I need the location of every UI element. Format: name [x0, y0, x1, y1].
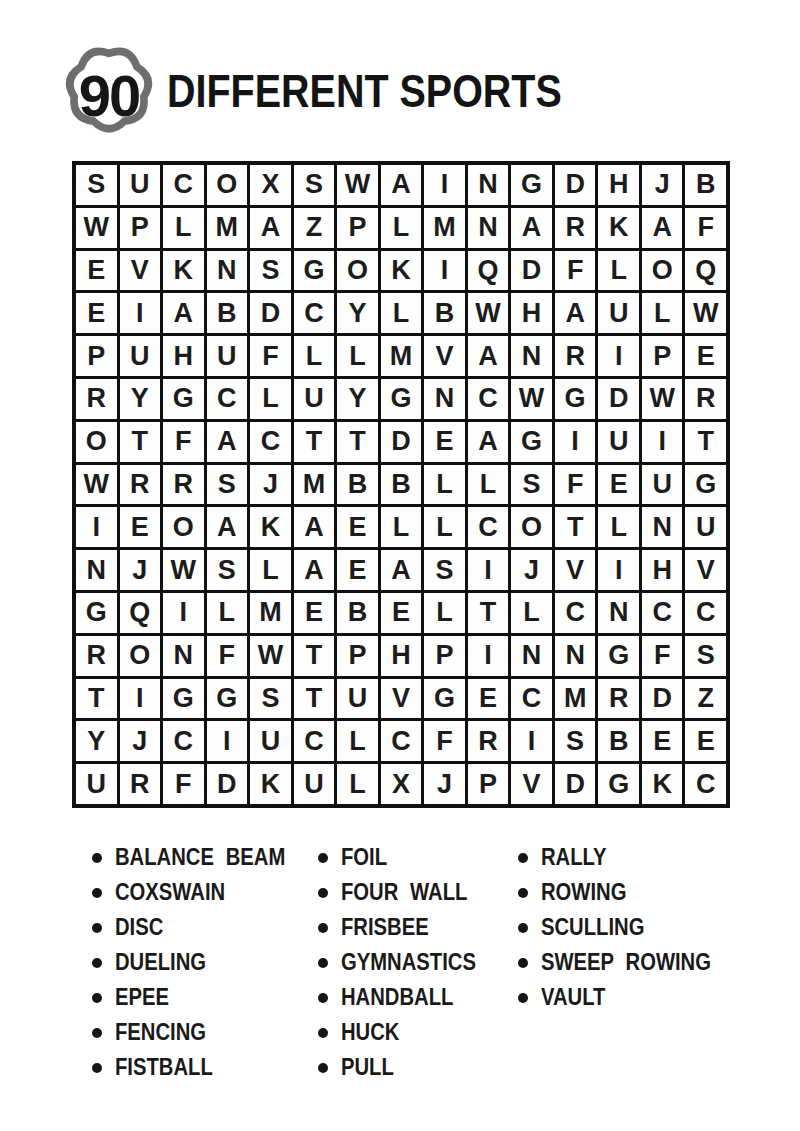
grid-cell-r1c7[interactable]: W — [337, 165, 378, 205]
grid-cell-r1c10[interactable]: N — [468, 165, 509, 205]
grid-cell-r11c4[interactable]: L — [207, 593, 248, 633]
grid-cell-r7c4[interactable]: A — [207, 422, 248, 462]
grid-cell-r11c15[interactable]: C — [685, 593, 726, 633]
bullet-icon — [318, 958, 328, 968]
grid-cell-r5c3[interactable]: H — [163, 336, 204, 376]
grid-cell-r12c3[interactable]: N — [163, 636, 204, 676]
grid-cell-r9c1[interactable]: I — [76, 507, 117, 547]
grid-cell-r5c2[interactable]: U — [120, 336, 161, 376]
word-item: VAULT — [518, 980, 734, 1015]
word-item: FRISBEE — [318, 910, 494, 945]
bullet-icon — [318, 1063, 328, 1073]
grid-cell-r10c5[interactable]: L — [250, 550, 291, 590]
grid-cell-r12c4[interactable]: F — [207, 636, 248, 676]
grid-cell-r12c5[interactable]: W — [250, 636, 291, 676]
word-label: VAULT — [541, 984, 605, 1011]
grid-cell-r8c1[interactable]: W — [76, 465, 117, 505]
word-label: FRISBEE — [341, 914, 429, 941]
grid-cell-r10c8[interactable]: A — [381, 550, 422, 590]
grid-cell-r1c13[interactable]: H — [598, 165, 639, 205]
grid-cell-r13c8[interactable]: V — [381, 679, 422, 719]
grid-cell-r13c15[interactable]: Z — [685, 679, 726, 719]
grid-cell-r8c13[interactable]: E — [598, 465, 639, 505]
grid-cell-r10c14[interactable]: H — [642, 550, 683, 590]
grid-cell-r6c8[interactable]: G — [381, 379, 422, 419]
grid-cell-r2c1[interactable]: W — [76, 208, 117, 248]
grid-cell-r13c3[interactable]: G — [163, 679, 204, 719]
grid-cell-r3c2[interactable]: V — [120, 251, 161, 291]
word-item: FOIL — [318, 840, 494, 875]
grid-cell-r7c3[interactable]: F — [163, 422, 204, 462]
grid-cell-r9c6[interactable]: A — [294, 507, 335, 547]
grid-cell-r4c4[interactable]: B — [207, 293, 248, 333]
bullet-icon — [318, 993, 328, 1003]
word-item: GYMNASTICS — [318, 945, 494, 980]
grid-cell-r12c6[interactable]: T — [294, 636, 335, 676]
bullet-icon — [92, 853, 102, 863]
grid-cell-r1c9[interactable]: I — [424, 165, 465, 205]
grid-cell-r10c6[interactable]: A — [294, 550, 335, 590]
grid-cell-r10c2[interactable]: J — [120, 550, 161, 590]
bullet-icon — [92, 1028, 102, 1038]
grid-cell-r4c13[interactable]: U — [598, 293, 639, 333]
word-label: PULL — [341, 1054, 394, 1081]
grid-cell-r14c5[interactable]: U — [250, 721, 291, 761]
bullet-icon — [92, 1063, 102, 1073]
grid-cell-r1c8[interactable]: A — [381, 165, 422, 205]
grid-cell-r6c10[interactable]: C — [468, 379, 509, 419]
grid-cell-r7c9[interactable]: E — [424, 422, 465, 462]
grid-cell-r9c13[interactable]: L — [598, 507, 639, 547]
grid-cell-r10c7[interactable]: E — [337, 550, 378, 590]
word-item: COXSWAIN — [92, 875, 309, 910]
grid-cell-r11c14[interactable]: C — [642, 593, 683, 633]
bullet-icon — [92, 888, 102, 898]
word-label: GYMNASTICS — [341, 949, 476, 976]
grid-cell-r1c4[interactable]: O — [207, 165, 248, 205]
grid-cell-r4c8[interactable]: L — [381, 293, 422, 333]
grid-cell-r10c15[interactable]: V — [685, 550, 726, 590]
grid-cell-r13c6[interactable]: T — [294, 679, 335, 719]
grid-cell-r11c9[interactable]: L — [424, 593, 465, 633]
bullet-icon — [92, 993, 102, 1003]
grid-cell-r15c3[interactable]: F — [163, 764, 204, 804]
grid-cell-r5c9[interactable]: V — [424, 336, 465, 376]
word-item: SWEEP ROWING — [518, 945, 734, 980]
grid-cell-r5c10[interactable]: A — [468, 336, 509, 376]
grid-cell-r8c3[interactable]: R — [163, 465, 204, 505]
grid-cell-r8c10[interactable]: L — [468, 465, 509, 505]
grid-cell-r13c10[interactable]: E — [468, 679, 509, 719]
grid-cell-r15c1[interactable]: U — [76, 764, 117, 804]
word-label: HANDBALL — [341, 984, 453, 1011]
grid-cell-r6c4[interactable]: C — [207, 379, 248, 419]
grid-cell-r8c11[interactable]: S — [511, 465, 552, 505]
grid-cell-r12c14[interactable]: F — [642, 636, 683, 676]
grid-cell-r9c4[interactable]: A — [207, 507, 248, 547]
grid-cell-r3c14[interactable]: O — [642, 251, 683, 291]
bullet-icon — [318, 853, 328, 863]
grid-cell-r2c2[interactable]: P — [120, 208, 161, 248]
grid-cell-r13c5[interactable]: S — [250, 679, 291, 719]
grid-cell-r13c7[interactable]: U — [337, 679, 378, 719]
word-label: FENCING — [115, 1019, 206, 1046]
grid-cell-r14c13[interactable]: B — [598, 721, 639, 761]
grid-cell-r4c12[interactable]: A — [555, 293, 596, 333]
grid-cell-r1c3[interactable]: C — [163, 165, 204, 205]
grid-cell-r14c6[interactable]: C — [294, 721, 335, 761]
grid-cell-r10c11[interactable]: J — [511, 550, 552, 590]
puzzle-title: DIFFERENT SPORTS — [167, 63, 562, 118]
word-label: SCULLING — [541, 914, 644, 941]
grid-cell-r6c12[interactable]: G — [555, 379, 596, 419]
puzzle-number: 90 — [58, 44, 160, 146]
grid-cell-r9c2[interactable]: E — [120, 507, 161, 547]
grid-cell-r10c12[interactable]: V — [555, 550, 596, 590]
grid-cell-r5c7[interactable]: L — [337, 336, 378, 376]
grid-cell-r1c14[interactable]: J — [642, 165, 683, 205]
grid-cell-r11c2[interactable]: Q — [120, 593, 161, 633]
grid-cell-r4c11[interactable]: H — [511, 293, 552, 333]
grid-cell-r7c14[interactable]: I — [642, 422, 683, 462]
grid-cell-r12c7[interactable]: P — [337, 636, 378, 676]
bullet-icon — [518, 923, 528, 933]
grid-cell-r12c2[interactable]: O — [120, 636, 161, 676]
grid-cell-r1c11[interactable]: G — [511, 165, 552, 205]
grid-cell-r15c9[interactable]: J — [424, 764, 465, 804]
bullet-icon — [92, 923, 102, 933]
grid-cell-r10c10[interactable]: I — [468, 550, 509, 590]
grid-cell-r15c10[interactable]: P — [468, 764, 509, 804]
grid-cell-r14c14[interactable]: E — [642, 721, 683, 761]
grid-cell-r11c10[interactable]: T — [468, 593, 509, 633]
word-item: FENCING — [92, 1015, 309, 1050]
grid-cell-r2c3[interactable]: L — [163, 208, 204, 248]
word-item: SCULLING — [518, 910, 734, 945]
grid-cell-r13c12[interactable]: M — [555, 679, 596, 719]
grid-cell-r14c1[interactable]: Y — [76, 721, 117, 761]
grid-cell-r15c14[interactable]: K — [642, 764, 683, 804]
grid-cell-r12c11[interactable]: N — [511, 636, 552, 676]
grid-cell-r14c7[interactable]: L — [337, 721, 378, 761]
grid-cell-r3c3[interactable]: K — [163, 251, 204, 291]
bullet-icon — [318, 923, 328, 933]
grid-cell-r8c5[interactable]: J — [250, 465, 291, 505]
grid-cell-r6c3[interactable]: G — [163, 379, 204, 419]
grid-cell-r6c9[interactable]: N — [424, 379, 465, 419]
word-label: SWEEP ROWING — [541, 949, 711, 976]
grid-cell-r12c12[interactable]: N — [555, 636, 596, 676]
word-label: DISC — [115, 914, 163, 941]
bullet-icon — [318, 888, 328, 898]
word-label: FISTBALL — [115, 1054, 213, 1081]
grid-cell-r2c4[interactable]: M — [207, 208, 248, 248]
grid-cell-r9c11[interactable]: O — [511, 507, 552, 547]
grid-cell-r6c5[interactable]: L — [250, 379, 291, 419]
grid-cell-r10c3[interactable]: W — [163, 550, 204, 590]
grid-cell-r8c15[interactable]: G — [685, 465, 726, 505]
grid-cell-r10c1[interactable]: N — [76, 550, 117, 590]
grid-cell-r11c11[interactable]: L — [511, 593, 552, 633]
grid-cell-r15c7[interactable]: L — [337, 764, 378, 804]
grid-cell-r2c6[interactable]: Z — [294, 208, 335, 248]
grid-cell-r14c3[interactable]: C — [163, 721, 204, 761]
grid-cell-r13c9[interactable]: G — [424, 679, 465, 719]
grid-cell-r3c8[interactable]: K — [381, 251, 422, 291]
grid-cell-r8c9[interactable]: L — [424, 465, 465, 505]
grid-cell-r9c7[interactable]: E — [337, 507, 378, 547]
grid-cell-r6c6[interactable]: U — [294, 379, 335, 419]
grid-cell-r13c2[interactable]: I — [120, 679, 161, 719]
word-label: EPEE — [115, 984, 169, 1011]
grid-cell-r3c7[interactable]: O — [337, 251, 378, 291]
grid-cell-r7c13[interactable]: U — [598, 422, 639, 462]
bullet-icon — [518, 958, 528, 968]
grid-cell-r8c2[interactable]: R — [120, 465, 161, 505]
grid-cell-r15c2[interactable]: R — [120, 764, 161, 804]
grid-cell-r1c6[interactable]: S — [294, 165, 335, 205]
grid-cell-r7c11[interactable]: G — [511, 422, 552, 462]
grid-cell-r15c4[interactable]: D — [207, 764, 248, 804]
grid-cell-r11c7[interactable]: B — [337, 593, 378, 633]
grid-cell-r13c1[interactable]: T — [76, 679, 117, 719]
bullet-icon — [92, 958, 102, 968]
grid-cell-r3c9[interactable]: I — [424, 251, 465, 291]
word-item: ROWING — [518, 875, 734, 910]
grid-cell-r6c15[interactable]: R — [685, 379, 726, 419]
word-label: FOUR WALL — [341, 879, 467, 906]
word-item: HANDBALL — [318, 980, 494, 1015]
grid-cell-r11c13[interactable]: N — [598, 593, 639, 633]
grid-cell-r7c12[interactable]: I — [555, 422, 596, 462]
grid-cell-r2c10[interactable]: N — [468, 208, 509, 248]
grid-cell-r12c8[interactable]: H — [381, 636, 422, 676]
grid-cell-r4c15[interactable]: W — [685, 293, 726, 333]
grid-cell-r3c1[interactable]: E — [76, 251, 117, 291]
grid-cell-r9c8[interactable]: L — [381, 507, 422, 547]
grid-cell-r3c15[interactable]: Q — [685, 251, 726, 291]
grid-cell-r9c15[interactable]: U — [685, 507, 726, 547]
grid-cell-r3c10[interactable]: Q — [468, 251, 509, 291]
bullet-icon — [518, 853, 528, 863]
word-label: BALANCE BEAM — [115, 844, 285, 871]
grid-cell-r11c3[interactable]: I — [163, 593, 204, 633]
grid-cell-r5c1[interactable]: P — [76, 336, 117, 376]
grid-cell-r7c1[interactable]: O — [76, 422, 117, 462]
grid-cell-r11c12[interactable]: C — [555, 593, 596, 633]
grid-cell-r3c4[interactable]: N — [207, 251, 248, 291]
grid-cell-r2c11[interactable]: A — [511, 208, 552, 248]
grid-cell-r15c13[interactable]: G — [598, 764, 639, 804]
grid-cell-r14c8[interactable]: C — [381, 721, 422, 761]
grid-cell-r5c12[interactable]: R — [555, 336, 596, 376]
grid-cell-r6c2[interactable]: Y — [120, 379, 161, 419]
grid-cell-r5c11[interactable]: N — [511, 336, 552, 376]
word-item: FOUR WALL — [318, 875, 494, 910]
word-list-column: FOILFOUR WALLFRISBEEGYMNASTICSHANDBALLHU… — [318, 840, 494, 1085]
grid-cell-r1c12[interactable]: D — [555, 165, 596, 205]
word-label: ROWING — [541, 879, 626, 906]
word-label: RALLY — [541, 844, 607, 871]
grid-cell-r12c15[interactable]: S — [685, 636, 726, 676]
grid-cell-r13c13[interactable]: R — [598, 679, 639, 719]
grid-cell-r2c13[interactable]: K — [598, 208, 639, 248]
grid-cell-r8c6[interactable]: M — [294, 465, 335, 505]
grid-cell-r5c13[interactable]: I — [598, 336, 639, 376]
grid-cell-r5c6[interactable]: L — [294, 336, 335, 376]
grid-cell-r8c14[interactable]: U — [642, 465, 683, 505]
grid-cell-r4c2[interactable]: I — [120, 293, 161, 333]
grid-cell-r3c6[interactable]: G — [294, 251, 335, 291]
grid-cell-r13c4[interactable]: G — [207, 679, 248, 719]
grid-cell-r6c11[interactable]: W — [511, 379, 552, 419]
grid-cell-r9c14[interactable]: N — [642, 507, 683, 547]
grid-cell-r4c1[interactable]: E — [76, 293, 117, 333]
grid-cell-r12c10[interactable]: I — [468, 636, 509, 676]
grid-cell-r13c11[interactable]: C — [511, 679, 552, 719]
grid-cell-r14c9[interactable]: F — [424, 721, 465, 761]
grid-cell-r7c2[interactable]: T — [120, 422, 161, 462]
grid-cell-r8c12[interactable]: F — [555, 465, 596, 505]
grid-cell-r4c14[interactable]: L — [642, 293, 683, 333]
grid-cell-r8c7[interactable]: B — [337, 465, 378, 505]
grid-cell-r4c5[interactable]: D — [250, 293, 291, 333]
grid-cell-r7c15[interactable]: T — [685, 422, 726, 462]
grid-cell-r11c1[interactable]: G — [76, 593, 117, 633]
grid-cell-r12c9[interactable]: P — [424, 636, 465, 676]
grid-cell-r15c5[interactable]: K — [250, 764, 291, 804]
grid-cell-r10c9[interactable]: S — [424, 550, 465, 590]
grid-cell-r5c5[interactable]: F — [250, 336, 291, 376]
grid-cell-r7c5[interactable]: C — [250, 422, 291, 462]
grid-cell-r6c13[interactable]: D — [598, 379, 639, 419]
grid-cell-r13c14[interactable]: D — [642, 679, 683, 719]
grid-cell-r12c1[interactable]: R — [76, 636, 117, 676]
word-item: RALLY — [518, 840, 734, 875]
grid-cell-r1c1[interactable]: S — [76, 165, 117, 205]
grid-cell-r4c3[interactable]: A — [163, 293, 204, 333]
grid-cell-r7c8[interactable]: D — [381, 422, 422, 462]
grid-cell-r4c6[interactable]: C — [294, 293, 335, 333]
grid-cell-r7c10[interactable]: A — [468, 422, 509, 462]
word-list-column: RALLYROWINGSCULLINGSWEEP ROWINGVAULT — [518, 840, 734, 1015]
grid-cell-r8c8[interactable]: B — [381, 465, 422, 505]
grid-cell-r7c6[interactable]: T — [294, 422, 335, 462]
grid-cell-r2c7[interactable]: P — [337, 208, 378, 248]
grid-cell-r2c14[interactable]: A — [642, 208, 683, 248]
grid-cell-r10c13[interactable]: I — [598, 550, 639, 590]
grid-cell-r6c14[interactable]: W — [642, 379, 683, 419]
grid-cell-r11c5[interactable]: M — [250, 593, 291, 633]
word-item: PULL — [318, 1050, 494, 1085]
grid-cell-r14c4[interactable]: I — [207, 721, 248, 761]
word-item: BALANCE BEAM — [92, 840, 309, 875]
word-item: HUCK — [318, 1015, 494, 1050]
word-list-column: BALANCE BEAMCOXSWAINDISCDUELINGEPEEFENCI… — [92, 840, 309, 1085]
grid-cell-r5c14[interactable]: P — [642, 336, 683, 376]
grid-cell-r9c5[interactable]: K — [250, 507, 291, 547]
word-search-grid: SUCOXSWAINGDHJBWPLMAZPLMNARKAFEVKNSGOKIQ… — [72, 161, 730, 808]
word-item: FISTBALL — [92, 1050, 309, 1085]
grid-cell-r15c6[interactable]: U — [294, 764, 335, 804]
puzzle-number-badge: 90 — [58, 38, 160, 140]
grid-cell-r4c7[interactable]: Y — [337, 293, 378, 333]
word-label: DUELING — [115, 949, 206, 976]
grid-cell-r3c12[interactable]: F — [555, 251, 596, 291]
grid-cell-r7c7[interactable]: T — [337, 422, 378, 462]
grid-cell-r3c5[interactable]: S — [250, 251, 291, 291]
grid-cell-r5c4[interactable]: U — [207, 336, 248, 376]
grid-cell-r14c2[interactable]: J — [120, 721, 161, 761]
grid-cell-r1c15[interactable]: B — [685, 165, 726, 205]
grid-cell-r9c12[interactable]: T — [555, 507, 596, 547]
grid-cell-r11c6[interactable]: E — [294, 593, 335, 633]
grid-cell-r3c11[interactable]: D — [511, 251, 552, 291]
grid-cell-r12c13[interactable]: G — [598, 636, 639, 676]
grid-cell-r3c13[interactable]: L — [598, 251, 639, 291]
word-item: EPEE — [92, 980, 309, 1015]
bullet-icon — [318, 1028, 328, 1038]
grid-cell-r5c8[interactable]: M — [381, 336, 422, 376]
puzzle-page: 90 DIFFERENT SPORTS SUCOXSWAINGDHJBWPLMA… — [0, 0, 800, 1131]
grid-cell-r4c9[interactable]: B — [424, 293, 465, 333]
grid-cell-r2c5[interactable]: A — [250, 208, 291, 248]
bullet-icon — [518, 888, 528, 898]
grid-cell-r4c10[interactable]: W — [468, 293, 509, 333]
grid-cell-r15c12[interactable]: D — [555, 764, 596, 804]
word-label: FOIL — [341, 844, 387, 871]
grid-cell-r2c8[interactable]: L — [381, 208, 422, 248]
word-item: DUELING — [92, 945, 309, 980]
grid-cell-r14c10[interactable]: R — [468, 721, 509, 761]
grid-cell-r11c8[interactable]: E — [381, 593, 422, 633]
grid-cell-r2c9[interactable]: M — [424, 208, 465, 248]
grid-cell-r10c4[interactable]: S — [207, 550, 248, 590]
grid-cell-r14c12[interactable]: S — [555, 721, 596, 761]
grid-cell-r6c7[interactable]: Y — [337, 379, 378, 419]
grid-cell-r9c9[interactable]: L — [424, 507, 465, 547]
word-item: DISC — [92, 910, 309, 945]
grid-cell-r8c4[interactable]: S — [207, 465, 248, 505]
bullet-icon — [518, 993, 528, 1003]
grid-cell-r15c8[interactable]: X — [381, 764, 422, 804]
grid-cell-r2c15[interactable]: F — [685, 208, 726, 248]
word-label: HUCK — [341, 1019, 399, 1046]
grid-cell-r15c15[interactable]: C — [685, 764, 726, 804]
word-label: COXSWAIN — [115, 879, 225, 906]
grid-cell-r1c2[interactable]: U — [120, 165, 161, 205]
grid-cell-r14c11[interactable]: I — [511, 721, 552, 761]
grid-cell-r6c1[interactable]: R — [76, 379, 117, 419]
grid-cell-r14c15[interactable]: E — [685, 721, 726, 761]
grid-cell-r9c3[interactable]: O — [163, 507, 204, 547]
grid-cell-r9c10[interactable]: C — [468, 507, 509, 547]
grid-cell-r2c12[interactable]: R — [555, 208, 596, 248]
grid-cell-r15c11[interactable]: V — [511, 764, 552, 804]
grid-cell-r1c5[interactable]: X — [250, 165, 291, 205]
grid-cell-r5c15[interactable]: E — [685, 336, 726, 376]
